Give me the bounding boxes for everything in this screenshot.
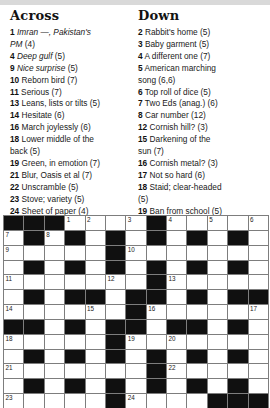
cell-number: 9 [6, 246, 10, 254]
black-cell [187, 231, 206, 245]
white-cell[interactable] [45, 335, 64, 349]
white-cell[interactable] [86, 364, 105, 378]
white-cell[interactable]: 6 [249, 216, 268, 230]
cell-number: 18 [6, 335, 13, 343]
down-heading: Down [138, 8, 266, 23]
clue-number: 15 [138, 134, 147, 144]
clue-text-line: 14 Hesitate (6) [10, 110, 138, 122]
white-cell[interactable] [24, 364, 43, 378]
clue-number: 17 [138, 170, 147, 180]
white-cell[interactable] [167, 394, 186, 408]
cell-number: 21 [6, 364, 13, 372]
clue-text-line: 5 American marching [138, 63, 266, 75]
white-cell[interactable] [45, 394, 64, 408]
white-cell[interactable] [86, 261, 105, 275]
clue-text-line: back (5) [10, 146, 138, 158]
white-cell[interactable] [24, 305, 43, 319]
cell-number: 8 [46, 231, 50, 239]
down-clue-16: 16 Cornish metal? (3) [138, 158, 266, 170]
black-cell [147, 216, 166, 230]
black-cell [65, 231, 84, 245]
letter-count: (5) [55, 51, 65, 61]
down-clue-6: 6 Top roll of dice (5) [138, 87, 266, 99]
black-cell [249, 290, 268, 304]
white-cell[interactable]: 20 [167, 335, 186, 349]
letter-count: (5) [74, 194, 84, 204]
black-cell [249, 394, 268, 408]
letter-count: (5) [30, 146, 40, 156]
white-cell[interactable] [86, 335, 105, 349]
white-cell[interactable]: 12 [106, 275, 125, 289]
white-cell[interactable] [167, 379, 186, 393]
black-cell [106, 231, 125, 245]
black-cell [106, 246, 125, 260]
across-clue-23: 23 Stove; variety (5) [10, 194, 138, 206]
black-cell [228, 394, 247, 408]
letter-count: (4) [25, 39, 35, 49]
letter-count: (5) [68, 63, 78, 73]
letter-count: (5) [200, 27, 210, 37]
black-cell [106, 379, 125, 393]
cell-number: 20 [169, 335, 176, 343]
white-cell[interactable] [126, 364, 145, 378]
clue-number: 8 [138, 110, 143, 120]
clue-number: 13 [10, 98, 19, 108]
across-heading: Across [10, 8, 138, 23]
clue-number: 22 [10, 182, 19, 192]
clue-number: 7 [138, 98, 143, 108]
white-cell[interactable] [126, 231, 145, 245]
black-cell [147, 350, 166, 364]
cell-number: 2 [87, 216, 91, 224]
black-cell [147, 261, 166, 275]
across-clue-19: 19 Green, in emotion (7) [10, 158, 138, 170]
white-cell[interactable] [45, 305, 64, 319]
white-cell[interactable] [126, 275, 145, 289]
top-divider-bar [0, 0, 270, 5]
white-cell[interactable] [106, 305, 125, 319]
black-cell [24, 231, 43, 245]
white-cell[interactable] [147, 394, 166, 408]
white-cell[interactable]: 18 [4, 335, 23, 349]
white-cell[interactable] [208, 364, 227, 378]
black-cell [65, 350, 84, 364]
white-cell[interactable] [187, 305, 206, 319]
clue-text-line: song (6,6) [138, 75, 266, 87]
letter-count: (5) [201, 87, 211, 97]
white-cell[interactable] [208, 379, 227, 393]
white-cell[interactable] [65, 305, 84, 319]
black-cell [24, 261, 43, 275]
black-cell [4, 320, 23, 334]
black-cell [147, 231, 166, 245]
cell-number: 12 [107, 275, 114, 283]
clue-text-line: 12 Cornish hill? (3) [138, 122, 266, 134]
white-cell[interactable] [126, 261, 145, 275]
clue-text-line: 16 Cornish metal? (3) [138, 158, 266, 170]
black-cell [187, 350, 206, 364]
white-cell[interactable] [167, 231, 186, 245]
down-clue-8: 8 Car number (12) [138, 110, 266, 122]
white-cell[interactable] [147, 320, 166, 334]
clue-text-line: 17 Not so hard (6) [138, 170, 266, 182]
white-cell[interactable] [228, 305, 247, 319]
white-cell[interactable] [45, 275, 64, 289]
white-cell[interactable] [65, 364, 84, 378]
white-cell[interactable] [86, 394, 105, 408]
clue-text-line: 16 March joylessly (6) [10, 122, 138, 134]
white-cell[interactable] [208, 290, 227, 304]
black-cell [187, 320, 206, 334]
down-clue-15: 15 Darkening of thesun (7) [138, 134, 266, 158]
black-cell [106, 320, 125, 334]
clue-text-line: 18 Staid; clear-headed [138, 182, 266, 194]
white-cell[interactable] [86, 231, 105, 245]
white-cell[interactable] [24, 335, 43, 349]
white-cell[interactable] [65, 246, 84, 260]
clue-text-line: 4 A different one (7) [138, 51, 266, 63]
black-cell [45, 216, 64, 230]
letter-count: (5) [138, 194, 148, 204]
white-cell[interactable]: 19 [126, 335, 145, 349]
cell-number: 4 [169, 216, 173, 224]
black-cell [126, 305, 145, 319]
black-cell [187, 290, 206, 304]
white-cell[interactable]: 1 [65, 216, 84, 230]
white-cell[interactable] [208, 320, 227, 334]
cell-number: 10 [128, 246, 135, 254]
white-cell[interactable] [45, 261, 64, 275]
cell-number: 6 [250, 216, 254, 224]
letter-count: (5) [68, 182, 78, 192]
clue-number: 16 [138, 158, 147, 168]
white-cell[interactable] [249, 231, 268, 245]
white-cell[interactable] [249, 364, 268, 378]
across-clue-4: 4 Deep gulf (5) [10, 51, 138, 63]
clue-text-line: 11 Serious (7) [10, 87, 138, 99]
letter-count: (7) [154, 146, 164, 156]
clue-text-line: 10 Reborn bird (7) [10, 75, 138, 87]
black-cell [65, 290, 84, 304]
black-cell [106, 261, 125, 275]
white-cell[interactable] [45, 320, 64, 334]
white-cell[interactable] [249, 261, 268, 275]
white-cell[interactable] [167, 305, 186, 319]
black-cell [126, 290, 145, 304]
white-cell[interactable]: 13 [167, 275, 186, 289]
clue-number: 23 [10, 194, 19, 204]
down-clue-7: 7 Two Eds (anag.) (6) [138, 98, 266, 110]
clue-text-line: 9 Nice surprise (5) [10, 63, 138, 75]
white-cell[interactable] [4, 379, 23, 393]
white-cell[interactable] [249, 275, 268, 289]
white-cell[interactable]: 2 [86, 216, 105, 230]
letter-count: (7) [82, 170, 92, 180]
clue-text-line: PM (4) [10, 39, 138, 51]
clue-text-line: 22 Unscramble (5) [10, 182, 138, 194]
white-cell[interactable] [228, 335, 247, 349]
clue-text-line: 6 Top roll of dice (5) [138, 87, 266, 99]
cell-number: 5 [209, 216, 213, 224]
white-cell[interactable] [208, 335, 227, 349]
clue-text-line: 1 Imran —, Pakistan's [10, 27, 138, 39]
black-cell [4, 216, 23, 230]
letter-count: (7) [200, 51, 210, 61]
down-section: Down 2 Rabbit's home (5)3 Baby garment (… [138, 8, 266, 229]
white-cell[interactable]: 17 [249, 305, 268, 319]
letter-count: (6) [195, 170, 205, 180]
black-cell [228, 379, 247, 393]
white-cell[interactable]: 3 [126, 216, 145, 230]
letter-count: (7) [67, 75, 77, 85]
clue-text-line: 2 Rabbit's home (5) [138, 27, 266, 39]
white-cell[interactable]: 22 [167, 364, 186, 378]
clue-number: 10 [10, 75, 19, 85]
white-cell[interactable] [249, 320, 268, 334]
white-cell[interactable] [126, 350, 145, 364]
letter-count: (6) [81, 122, 91, 132]
letter-count: (3) [198, 122, 208, 132]
white-cell[interactable] [45, 290, 64, 304]
white-cell[interactable] [65, 275, 84, 289]
cell-number: 3 [128, 216, 132, 224]
clue-text-line: 8 Car number (12) [138, 110, 266, 122]
across-clue-21: 21 Blur, Oasis et al (7) [10, 170, 138, 182]
white-cell[interactable] [228, 216, 247, 230]
white-cell[interactable] [208, 231, 227, 245]
clue-number: 16 [10, 122, 19, 132]
white-cell[interactable]: 11 [4, 275, 23, 289]
white-cell[interactable]: 21 [4, 364, 23, 378]
black-cell [228, 320, 247, 334]
cell-number: 14 [6, 305, 13, 313]
white-cell[interactable] [45, 350, 64, 364]
cell-number: 11 [6, 275, 13, 283]
across-section: Across 1 Imran —, Pakistan'sPM (4)4 Deep… [10, 8, 138, 229]
white-cell[interactable] [249, 379, 268, 393]
white-cell[interactable]: 10 [126, 246, 145, 260]
across-clue-10: 10 Reborn bird (7) [10, 75, 138, 87]
across-clue-list: 1 Imran —, Pakistan'sPM (4)4 Deep gulf (… [10, 27, 138, 218]
letter-count: (7) [52, 87, 62, 97]
down-clue-5: 5 American marchingsong (6,6) [138, 63, 266, 87]
white-cell[interactable] [86, 246, 105, 260]
black-cell [106, 350, 125, 364]
clue-number: 21 [10, 170, 19, 180]
letter-count: (6) [54, 110, 64, 120]
clue-text-line: 18 Lower middle of the [10, 134, 138, 146]
cell-number: 24 [128, 394, 135, 402]
white-cell[interactable] [187, 335, 206, 349]
black-cell [147, 290, 166, 304]
clue-text-line: 4 Deep gulf (5) [10, 51, 138, 63]
white-cell[interactable]: 24 [126, 394, 145, 408]
black-cell [24, 320, 43, 334]
cell-number: 16 [148, 305, 155, 313]
white-cell[interactable]: 14 [4, 305, 23, 319]
white-cell[interactable] [249, 350, 268, 364]
black-cell [106, 335, 125, 349]
cell-number: 19 [128, 335, 135, 343]
white-cell[interactable] [4, 261, 23, 275]
white-cell[interactable] [45, 379, 64, 393]
white-cell[interactable] [86, 275, 105, 289]
white-cell[interactable] [208, 305, 227, 319]
clue-number: 2 [138, 27, 143, 37]
white-cell[interactable]: 15 [86, 305, 105, 319]
clue-number: 19 [10, 158, 19, 168]
down-clue-18: 18 Staid; clear-headed(5) [138, 182, 266, 206]
white-cell[interactable] [147, 246, 166, 260]
down-clue-2: 2 Rabbit's home (5) [138, 27, 266, 39]
white-cell[interactable] [208, 261, 227, 275]
down-clue-17: 17 Not so hard (6) [138, 170, 266, 182]
clue-text-line: 13 Leans, lists or tilts (5) [10, 98, 138, 110]
black-cell [228, 231, 247, 245]
white-cell[interactable] [249, 246, 268, 260]
across-clue-1: 1 Imran —, Pakistan'sPM (4) [10, 27, 138, 51]
white-cell[interactable] [249, 335, 268, 349]
white-cell[interactable] [65, 394, 84, 408]
cell-number: 23 [6, 394, 13, 402]
letter-count: (5) [90, 98, 100, 108]
clue-number: 9 [10, 63, 15, 73]
white-cell[interactable] [187, 275, 206, 289]
white-cell[interactable] [86, 379, 105, 393]
clue-number: 4 [138, 51, 143, 61]
down-clue-3: 3 Baby garment (5) [138, 39, 266, 51]
white-cell[interactable]: 16 [147, 305, 166, 319]
clue-text-line: 15 Darkening of the [138, 134, 266, 146]
white-cell[interactable]: 8 [45, 231, 64, 245]
white-cell[interactable] [86, 350, 105, 364]
black-cell [228, 350, 247, 364]
black-cell [24, 216, 43, 230]
white-cell[interactable]: 5 [208, 216, 227, 230]
clue-text-line: 21 Blur, Oasis et al (7) [10, 170, 138, 182]
crossword-grid: 123456789101112131415161718192021222324 [3, 215, 269, 408]
black-cell [167, 320, 186, 334]
white-cell[interactable]: 23 [4, 394, 23, 408]
clue-lists: Across 1 Imran —, Pakistan'sPM (4)4 Deep… [10, 8, 266, 229]
white-cell[interactable] [208, 350, 227, 364]
clue-number: 14 [10, 110, 19, 120]
cell-number: 22 [169, 364, 176, 372]
black-cell [147, 364, 166, 378]
white-cell[interactable] [24, 394, 43, 408]
black-cell [24, 379, 43, 393]
clue-text-line: 19 Green, in emotion (7) [10, 158, 138, 170]
white-cell[interactable] [187, 246, 206, 260]
black-cell [228, 290, 247, 304]
clue-text-line: 23 Stove; variety (5) [10, 194, 138, 206]
cell-number: 13 [169, 275, 176, 283]
clue-number: 4 [10, 51, 15, 61]
white-cell[interactable] [208, 246, 227, 260]
clue-number: 5 [138, 63, 143, 73]
down-clue-4: 4 A different one (7) [138, 51, 266, 63]
cell-number: 1 [67, 216, 71, 224]
across-clue-18: 18 Lower middle of theback (5) [10, 134, 138, 158]
clue-number: 1 [10, 27, 15, 37]
black-cell [208, 394, 227, 408]
white-cell[interactable] [167, 350, 186, 364]
white-cell[interactable]: 4 [167, 216, 186, 230]
white-cell[interactable] [167, 246, 186, 260]
clue-number: 3 [138, 39, 143, 49]
black-cell [187, 379, 206, 393]
white-cell[interactable]: 7 [4, 231, 23, 245]
white-cell[interactable] [4, 350, 23, 364]
cell-number: 7 [6, 231, 10, 239]
across-clue-16: 16 March joylessly (6) [10, 122, 138, 134]
clue-number: 6 [138, 87, 143, 97]
white-cell[interactable] [167, 290, 186, 304]
clue-number: 12 [138, 122, 147, 132]
white-cell[interactable] [24, 246, 43, 260]
black-cell [24, 350, 43, 364]
black-cell [228, 261, 247, 275]
clue-number: 11 [10, 87, 19, 97]
cell-number: 17 [250, 305, 257, 313]
letter-count: (6,6) [158, 75, 175, 85]
black-cell [24, 290, 43, 304]
black-cell [65, 379, 84, 393]
white-cell[interactable] [45, 364, 64, 378]
white-cell[interactable] [228, 364, 247, 378]
white-cell[interactable] [126, 379, 145, 393]
letter-count: (12) [191, 110, 206, 120]
across-clue-22: 22 Unscramble (5) [10, 182, 138, 194]
white-cell[interactable] [167, 261, 186, 275]
down-clue-12: 12 Cornish hill? (3) [138, 122, 266, 134]
black-cell [147, 275, 166, 289]
across-clue-11: 11 Serious (7) [10, 87, 138, 99]
white-cell[interactable] [228, 275, 247, 289]
white-cell[interactable] [147, 335, 166, 349]
cell-number: 15 [87, 305, 94, 313]
white-cell[interactable] [65, 335, 84, 349]
clue-text-line: (5) [138, 194, 266, 206]
white-cell[interactable] [106, 364, 125, 378]
letter-count: (3) [208, 158, 218, 168]
white-cell[interactable] [187, 364, 206, 378]
white-cell[interactable] [86, 320, 105, 334]
black-cell [187, 261, 206, 275]
white-cell[interactable]: 9 [4, 246, 23, 260]
across-clue-14: 14 Hesitate (6) [10, 110, 138, 122]
clue-text-line: sun (7) [138, 146, 266, 158]
white-cell[interactable] [4, 290, 23, 304]
across-clue-9: 9 Nice surprise (5) [10, 63, 138, 75]
black-cell [86, 290, 105, 304]
black-cell [65, 261, 84, 275]
white-cell[interactable] [106, 290, 125, 304]
clue-number: 18 [10, 134, 19, 144]
white-cell[interactable] [228, 246, 247, 260]
clue-text-line: 7 Two Eds (anag.) (6) [138, 98, 266, 110]
down-clue-list: 2 Rabbit's home (5)3 Baby garment (5)4 A… [138, 27, 266, 229]
black-cell [126, 320, 145, 334]
white-cell[interactable] [24, 275, 43, 289]
white-cell[interactable] [187, 216, 206, 230]
black-cell [65, 320, 84, 334]
white-cell[interactable] [187, 394, 206, 408]
across-clue-13: 13 Leans, lists or tilts (5) [10, 98, 138, 110]
white-cell[interactable] [106, 216, 125, 230]
white-cell[interactable] [45, 246, 64, 260]
white-cell[interactable] [208, 275, 227, 289]
